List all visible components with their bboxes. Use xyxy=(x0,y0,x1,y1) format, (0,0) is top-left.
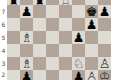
black-king-icon: ♚ xyxy=(85,5,98,18)
square-g6[interactable]: ♟ xyxy=(85,18,98,31)
square-g4[interactable] xyxy=(85,44,98,57)
rank-label-5: 5 xyxy=(0,35,7,41)
square-d5[interactable] xyxy=(46,31,59,44)
white-knight-icon: ♘ xyxy=(72,57,85,70)
white-pawn-icon: ♙ xyxy=(85,70,98,80)
square-c6[interactable] xyxy=(33,18,46,31)
square-e7[interactable] xyxy=(59,5,72,18)
square-c2[interactable] xyxy=(33,70,46,80)
square-e5[interactable] xyxy=(59,31,72,44)
black-pawn-icon: ♟ xyxy=(20,70,33,80)
square-e6[interactable] xyxy=(59,18,72,31)
square-b4[interactable] xyxy=(20,44,33,57)
rank-label-6: 6 xyxy=(0,22,7,28)
square-g5[interactable] xyxy=(85,31,98,44)
square-f7[interactable] xyxy=(72,5,85,18)
square-d6[interactable] xyxy=(46,18,59,31)
square-c4[interactable] xyxy=(33,44,46,57)
rank-label-7: 7 xyxy=(0,9,7,15)
black-pawn-icon: ♟ xyxy=(98,5,111,18)
square-a6[interactable] xyxy=(7,18,20,31)
square-f3[interactable]: ♘ xyxy=(72,57,85,70)
square-f4[interactable] xyxy=(72,44,85,57)
square-h4[interactable] xyxy=(98,44,111,57)
white-pawn-icon: ♙ xyxy=(98,57,111,70)
white-bishop-icon: ♗ xyxy=(20,57,33,70)
black-pawn-icon: ♟ xyxy=(85,18,98,31)
square-c7[interactable] xyxy=(33,5,46,18)
square-a2[interactable] xyxy=(7,70,20,80)
square-h6[interactable] xyxy=(98,18,111,31)
board-right-margin xyxy=(111,0,120,80)
square-c3[interactable] xyxy=(33,57,46,70)
square-f6[interactable] xyxy=(72,18,85,31)
black-pawn-icon: ♟ xyxy=(72,31,85,44)
square-h5[interactable] xyxy=(98,31,111,44)
black-pawn-icon: ♟ xyxy=(72,70,85,80)
square-a4[interactable] xyxy=(7,44,20,57)
square-d4[interactable] xyxy=(46,44,59,57)
square-h2[interactable]: ♔ xyxy=(98,70,111,80)
square-g7[interactable]: ♚ xyxy=(85,5,98,18)
square-d3[interactable] xyxy=(46,57,59,70)
square-b3[interactable]: ♗ xyxy=(20,57,33,70)
square-b7[interactable]: ♟ xyxy=(20,5,33,18)
chess-board[interactable]: ♜♜♖♟♚♟♟♗♟♗♘♙♟♟♙♔ xyxy=(7,0,111,80)
chess-diagram: ♜♜♖♟♚♟♟♗♟♗♘♙♟♟♙♔ 765432 xyxy=(0,0,120,80)
square-e3[interactable] xyxy=(59,57,72,70)
square-a5[interactable] xyxy=(7,31,20,44)
white-king-icon: ♔ xyxy=(98,70,111,80)
rank-label-4: 4 xyxy=(0,48,7,54)
square-e4[interactable] xyxy=(59,44,72,57)
square-a7[interactable] xyxy=(7,5,20,18)
square-d7[interactable] xyxy=(46,5,59,18)
square-h3[interactable]: ♙ xyxy=(98,57,111,70)
square-e2[interactable] xyxy=(59,70,72,80)
square-d2[interactable] xyxy=(46,70,59,80)
square-g3[interactable] xyxy=(85,57,98,70)
square-f2[interactable]: ♟ xyxy=(72,70,85,80)
square-h7[interactable]: ♟ xyxy=(98,5,111,18)
white-bishop-icon: ♗ xyxy=(20,31,33,44)
black-pawn-icon: ♟ xyxy=(20,5,33,18)
square-b6[interactable] xyxy=(20,18,33,31)
rank-label-2: 2 xyxy=(0,72,7,78)
square-f5[interactable]: ♟ xyxy=(72,31,85,44)
square-g2[interactable]: ♙ xyxy=(85,70,98,80)
rank-label-3: 3 xyxy=(0,61,7,67)
square-c5[interactable] xyxy=(33,31,46,44)
square-a3[interactable] xyxy=(7,57,20,70)
square-b5[interactable]: ♗ xyxy=(20,31,33,44)
square-b2[interactable]: ♟ xyxy=(20,70,33,80)
